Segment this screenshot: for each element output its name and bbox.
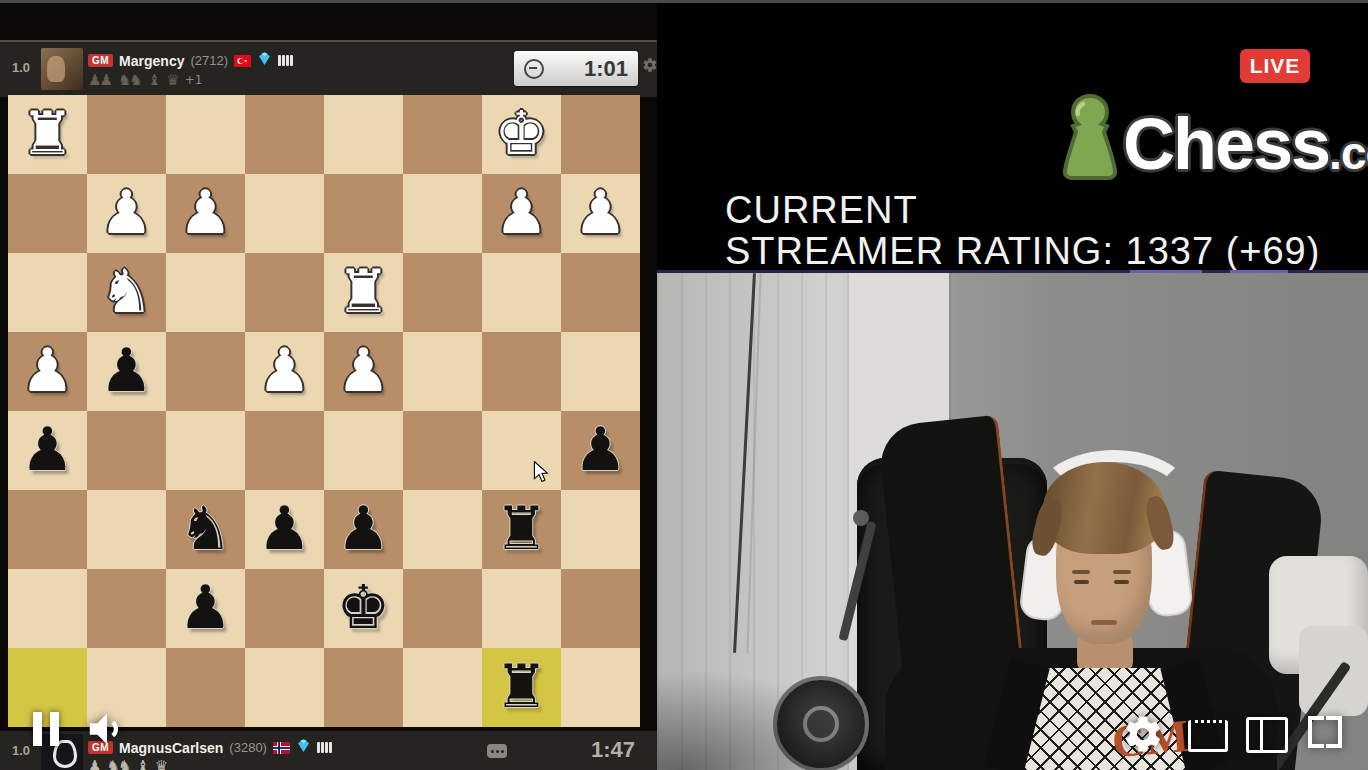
connection-bars-icon xyxy=(317,742,332,753)
left-eye xyxy=(1074,580,1089,584)
black-rook-b6[interactable]: ♜ xyxy=(482,490,561,569)
mic-boom-joint xyxy=(853,510,869,526)
white-pillow-2 xyxy=(1299,626,1368,716)
right-eye xyxy=(1114,580,1129,584)
square-b4[interactable] xyxy=(482,332,561,411)
square-a5[interactable]: ♟ xyxy=(561,411,640,490)
chesscom-logo: Chess .com xyxy=(1059,92,1368,184)
square-h6[interactable] xyxy=(8,490,87,569)
square-g4[interactable]: ♟ xyxy=(87,332,166,411)
top-player-avatar[interactable] xyxy=(41,48,83,90)
logo-brand-text: Chess xyxy=(1123,104,1329,184)
square-f4[interactable] xyxy=(166,332,245,411)
square-g5[interactable] xyxy=(87,411,166,490)
volume-button[interactable] xyxy=(84,706,130,752)
bottom-player-rating: (3280) xyxy=(229,740,267,755)
chess-board[interactable]: ♜♚♟♟♟♟♞♜♟♟♟♟♟♟♞♟♟♜♟♚♜ xyxy=(8,95,640,727)
settings-gear-icon[interactable] xyxy=(1122,713,1164,755)
square-d6[interactable]: ♟ xyxy=(324,490,403,569)
square-e3[interactable] xyxy=(245,253,324,332)
white-knight-g3[interactable]: ♞ xyxy=(87,253,166,332)
white-pawn-a2[interactable]: ♟ xyxy=(561,174,640,253)
speaker-icon xyxy=(84,706,130,752)
white-king-b1[interactable]: ♚ xyxy=(482,95,561,174)
square-b8[interactable]: ♜ xyxy=(482,648,561,727)
square-h1[interactable]: ♜ xyxy=(8,95,87,174)
square-a4[interactable] xyxy=(561,332,640,411)
square-c4[interactable] xyxy=(403,332,482,411)
captured-black-knights: ♞♞ xyxy=(118,71,141,89)
square-a7[interactable] xyxy=(561,569,640,648)
bottom-clock-time: 1:47 xyxy=(591,737,635,763)
square-b6[interactable]: ♜ xyxy=(482,490,561,569)
black-pawn-g4[interactable]: ♟ xyxy=(87,332,166,411)
square-d3[interactable]: ♜ xyxy=(324,253,403,332)
bottom-captured-pieces: ♟ ♞♞ ♝ ♛ xyxy=(88,757,166,770)
caption-line2: STREAMER RATING: 1337 (+69) xyxy=(725,231,1320,272)
top-player-rating: (2712) xyxy=(190,53,228,68)
streamer-rating-caption: CURRENT STREAMER RATING: 1337 (+69) xyxy=(725,190,1320,272)
theater-mode-button[interactable] xyxy=(1246,717,1288,753)
left-brow xyxy=(1072,570,1090,574)
square-c2[interactable] xyxy=(403,174,482,253)
black-pawn-h5[interactable]: ♟ xyxy=(8,411,87,490)
square-g6[interactable] xyxy=(87,490,166,569)
square-e1[interactable] xyxy=(245,95,324,174)
mouse-cursor xyxy=(533,461,549,487)
miniplayer-button[interactable] xyxy=(1188,720,1228,752)
chat-icon[interactable] xyxy=(487,744,507,758)
pawn-logo-icon xyxy=(1059,92,1121,184)
black-king-d7[interactable]: ♚ xyxy=(324,569,403,648)
white-pawn-b2[interactable]: ♟ xyxy=(482,174,561,253)
square-c5[interactable] xyxy=(403,411,482,490)
captured-white-queen: ♛ xyxy=(155,757,166,770)
white-pawn-h4[interactable]: ♟ xyxy=(8,332,87,411)
diamond-membership-icon xyxy=(257,51,272,70)
square-c6[interactable] xyxy=(403,490,482,569)
black-pawn-f7[interactable]: ♟ xyxy=(166,569,245,648)
webcam-video: CM xyxy=(657,270,1368,770)
square-g7[interactable] xyxy=(87,569,166,648)
board-settings-gear-icon[interactable] xyxy=(642,57,658,73)
top-player-name[interactable]: Margency xyxy=(119,53,184,69)
fullscreen-button[interactable] xyxy=(1308,716,1342,748)
stream-screenshot: 1.0 GM Margency (2712) ♟♟ ♞♞ ♝ ♛ +1 xyxy=(0,0,1368,770)
square-d4[interactable]: ♟ xyxy=(324,332,403,411)
square-h7[interactable] xyxy=(8,569,87,648)
black-rook-b8[interactable]: ♜ xyxy=(482,648,561,727)
square-c8[interactable] xyxy=(403,648,482,727)
square-b7[interactable] xyxy=(482,569,561,648)
board-panel: 1.0 GM Margency (2712) ♟♟ ♞♞ ♝ ♛ +1 xyxy=(0,0,657,770)
captured-black-queen: ♛ xyxy=(166,71,177,89)
square-h5[interactable]: ♟ xyxy=(8,411,87,490)
mouth xyxy=(1091,620,1117,625)
square-f7[interactable]: ♟ xyxy=(166,569,245,648)
white-rook-d3[interactable]: ♜ xyxy=(324,253,403,332)
square-f3[interactable] xyxy=(166,253,245,332)
video-top-edge-segment xyxy=(1130,270,1202,273)
norway-flag-icon xyxy=(273,742,290,754)
square-g2[interactable]: ♟ xyxy=(87,174,166,253)
square-a6[interactable] xyxy=(561,490,640,569)
square-d7[interactable]: ♚ xyxy=(324,569,403,648)
top-captured-pieces: ♟♟ ♞♞ ♝ ♛ +1 xyxy=(88,71,202,89)
white-pawn-e4[interactable]: ♟ xyxy=(245,332,324,411)
square-g1[interactable] xyxy=(87,95,166,174)
captured-black-pawns: ♟♟ xyxy=(88,71,111,89)
window-top-edge xyxy=(0,0,1368,3)
square-b1[interactable]: ♚ xyxy=(482,95,561,174)
clock-icon xyxy=(524,59,544,79)
white-pawn-d4[interactable]: ♟ xyxy=(324,332,403,411)
captured-white-pawn: ♟ xyxy=(88,757,99,770)
captured-black-bishop: ♝ xyxy=(148,71,159,89)
captured-white-bishop: ♝ xyxy=(136,757,147,770)
streamer-hair xyxy=(1043,462,1165,554)
black-knight-f6[interactable]: ♞ xyxy=(166,490,245,569)
diamond-membership-icon xyxy=(296,738,311,757)
black-pawn-e6[interactable]: ♟ xyxy=(245,490,324,569)
pause-button[interactable] xyxy=(33,712,59,746)
connection-bars-icon xyxy=(278,55,293,66)
white-pawn-g2[interactable]: ♟ xyxy=(87,174,166,253)
top-clock: 1:01 xyxy=(514,51,638,86)
square-b5[interactable] xyxy=(482,411,561,490)
caption-line1: CURRENT xyxy=(725,190,1320,231)
square-f8[interactable] xyxy=(166,648,245,727)
stream-panel: LIVE Chess .com CURRENT STREAMER RATING:… xyxy=(657,0,1368,770)
square-b2[interactable]: ♟ xyxy=(482,174,561,253)
video-top-edge-segment xyxy=(1230,270,1288,273)
square-d8[interactable] xyxy=(324,648,403,727)
shadow-corner xyxy=(657,670,897,770)
square-c1[interactable] xyxy=(403,95,482,174)
white-rook-h1[interactable]: ♜ xyxy=(8,95,87,174)
live-badge: LIVE xyxy=(1240,49,1310,83)
square-f5[interactable] xyxy=(166,411,245,490)
bottom-player-name[interactable]: MagnusCarlsen xyxy=(119,740,223,756)
square-e4[interactable]: ♟ xyxy=(245,332,324,411)
black-pawn-d6[interactable]: ♟ xyxy=(324,490,403,569)
square-d5[interactable] xyxy=(324,411,403,490)
square-c7[interactable] xyxy=(403,569,482,648)
top-gm-badge: GM xyxy=(88,54,113,67)
top-player-bar: 1.0 GM Margency (2712) ♟♟ ♞♞ ♝ ♛ +1 xyxy=(0,40,657,97)
square-e7[interactable] xyxy=(245,569,324,648)
square-a3[interactable] xyxy=(561,253,640,332)
square-g3[interactable]: ♞ xyxy=(87,253,166,332)
black-pawn-a5[interactable]: ♟ xyxy=(561,411,640,490)
square-f1[interactable] xyxy=(166,95,245,174)
square-d2[interactable] xyxy=(324,174,403,253)
square-d1[interactable] xyxy=(324,95,403,174)
square-h4[interactable]: ♟ xyxy=(8,332,87,411)
square-e6[interactable]: ♟ xyxy=(245,490,324,569)
top-clock-time: 1:01 xyxy=(544,56,638,82)
top-score: 1.0 xyxy=(12,60,30,75)
white-pawn-f2[interactable]: ♟ xyxy=(166,174,245,253)
captured-white-knights: ♞♞ xyxy=(106,757,129,770)
square-a1[interactable] xyxy=(561,95,640,174)
square-h3[interactable] xyxy=(8,253,87,332)
square-c3[interactable] xyxy=(403,253,482,332)
square-e5[interactable] xyxy=(245,411,324,490)
square-a2[interactable]: ♟ xyxy=(561,174,640,253)
right-brow xyxy=(1113,570,1131,574)
turkey-flag-icon xyxy=(234,55,251,67)
square-f6[interactable]: ♞ xyxy=(166,490,245,569)
logo-tld-text: .com xyxy=(1329,122,1368,184)
square-b3[interactable] xyxy=(482,253,561,332)
square-f2[interactable]: ♟ xyxy=(166,174,245,253)
square-e2[interactable] xyxy=(245,174,324,253)
material-advantage: +1 xyxy=(185,73,203,87)
bottom-score: 1.0 xyxy=(12,743,30,758)
square-h2[interactable] xyxy=(8,174,87,253)
square-e8[interactable] xyxy=(245,648,324,727)
square-a8[interactable] xyxy=(561,648,640,727)
